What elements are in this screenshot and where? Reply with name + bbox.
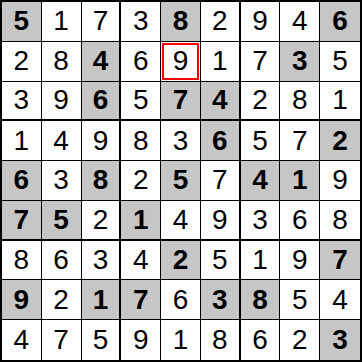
cell-r3c5[interactable]: 7: [161, 82, 201, 122]
cell-r1c1[interactable]: 5: [2, 2, 42, 42]
cell-r8c4[interactable]: 7: [121, 280, 161, 320]
cell-r4c7[interactable]: 5: [241, 121, 281, 161]
cell-r5c1[interactable]: 6: [2, 161, 42, 201]
cell-r5c7[interactable]: 4: [241, 161, 281, 201]
cell-r7c9[interactable]: 7: [320, 241, 360, 281]
cell-r8c1[interactable]: 9: [2, 280, 42, 320]
cell-r2c9[interactable]: 5: [320, 42, 360, 82]
cell-r4c4[interactable]: 8: [121, 121, 161, 161]
cell-r4c3[interactable]: 9: [82, 121, 122, 161]
cell-r4c5[interactable]: 3: [161, 121, 201, 161]
cell-r2c1[interactable]: 2: [2, 42, 42, 82]
cell-r6c2[interactable]: 5: [42, 201, 82, 241]
cell-r8c6[interactable]: 3: [201, 280, 241, 320]
cell-r7c6[interactable]: 5: [201, 241, 241, 281]
sudoku-board: 5173829462846917353965742811498365726382…: [0, 0, 362, 362]
cell-r4c1[interactable]: 1: [2, 121, 42, 161]
cell-r9c2[interactable]: 7: [42, 320, 82, 360]
cell-r6c9[interactable]: 8: [320, 201, 360, 241]
cell-r7c2[interactable]: 6: [42, 241, 82, 281]
cell-r6c8[interactable]: 6: [280, 201, 320, 241]
cell-r3c4[interactable]: 5: [121, 82, 161, 122]
cell-r6c4[interactable]: 1: [121, 201, 161, 241]
cell-r2c7[interactable]: 7: [241, 42, 281, 82]
cell-r9c3[interactable]: 5: [82, 320, 122, 360]
cell-r6c5[interactable]: 4: [161, 201, 201, 241]
cell-r6c1[interactable]: 7: [2, 201, 42, 241]
cell-r3c2[interactable]: 9: [42, 82, 82, 122]
cell-r6c3[interactable]: 2: [82, 201, 122, 241]
cell-r8c7[interactable]: 8: [241, 280, 281, 320]
cell-r4c6[interactable]: 6: [201, 121, 241, 161]
cell-r3c1[interactable]: 3: [2, 82, 42, 122]
cell-r2c4[interactable]: 6: [121, 42, 161, 82]
cell-r1c7[interactable]: 9: [241, 2, 281, 42]
cell-r8c2[interactable]: 2: [42, 280, 82, 320]
cell-r2c6[interactable]: 1: [201, 42, 241, 82]
cell-r4c2[interactable]: 4: [42, 121, 82, 161]
cell-r1c6[interactable]: 2: [201, 2, 241, 42]
cell-r7c4[interactable]: 4: [121, 241, 161, 281]
cell-r3c6[interactable]: 4: [201, 82, 241, 122]
cell-r1c8[interactable]: 4: [280, 2, 320, 42]
cell-r5c2[interactable]: 3: [42, 161, 82, 201]
cell-r3c7[interactable]: 2: [241, 82, 281, 122]
cell-r5c9[interactable]: 9: [320, 161, 360, 201]
cell-r9c9[interactable]: 3: [320, 320, 360, 360]
cell-r1c9[interactable]: 6: [320, 2, 360, 42]
cell-r1c3[interactable]: 7: [82, 2, 122, 42]
cell-r2c2[interactable]: 8: [42, 42, 82, 82]
cell-r1c2[interactable]: 1: [42, 2, 82, 42]
cell-r3c8[interactable]: 8: [280, 82, 320, 122]
cell-r1c4[interactable]: 3: [121, 2, 161, 42]
cell-r1c5[interactable]: 8: [161, 2, 201, 42]
cell-r7c5[interactable]: 2: [161, 241, 201, 281]
cell-r8c8[interactable]: 5: [280, 280, 320, 320]
cell-r5c6[interactable]: 7: [201, 161, 241, 201]
cell-r3c9[interactable]: 1: [320, 82, 360, 122]
cell-r9c6[interactable]: 8: [201, 320, 241, 360]
cell-r6c6[interactable]: 9: [201, 201, 241, 241]
cell-r8c3[interactable]: 1: [82, 280, 122, 320]
cell-r2c5[interactable]: 9: [161, 42, 201, 82]
cell-r5c8[interactable]: 1: [280, 161, 320, 201]
cell-r5c4[interactable]: 2: [121, 161, 161, 201]
cell-r5c3[interactable]: 8: [82, 161, 122, 201]
cell-r9c5[interactable]: 1: [161, 320, 201, 360]
cell-r4c9[interactable]: 2: [320, 121, 360, 161]
cell-r6c7[interactable]: 3: [241, 201, 281, 241]
cell-r3c3[interactable]: 6: [82, 82, 122, 122]
cell-r5c5[interactable]: 5: [161, 161, 201, 201]
cell-r2c8[interactable]: 3: [280, 42, 320, 82]
cell-r9c8[interactable]: 2: [280, 320, 320, 360]
cell-r9c7[interactable]: 6: [241, 320, 281, 360]
cell-r9c4[interactable]: 9: [121, 320, 161, 360]
cell-r2c3[interactable]: 4: [82, 42, 122, 82]
cell-r7c8[interactable]: 9: [280, 241, 320, 281]
cell-r7c3[interactable]: 3: [82, 241, 122, 281]
cell-r8c5[interactable]: 6: [161, 280, 201, 320]
cell-r8c9[interactable]: 4: [320, 280, 360, 320]
cell-r7c1[interactable]: 8: [2, 241, 42, 281]
cell-r7c7[interactable]: 1: [241, 241, 281, 281]
cell-r9c1[interactable]: 4: [2, 320, 42, 360]
cell-r4c8[interactable]: 7: [280, 121, 320, 161]
